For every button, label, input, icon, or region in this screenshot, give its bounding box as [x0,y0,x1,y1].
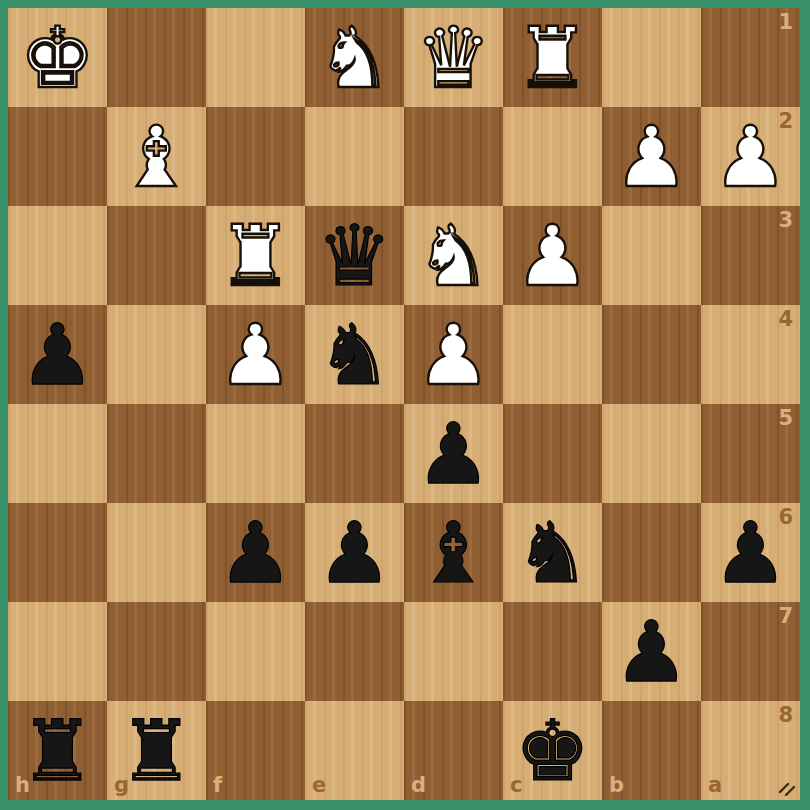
white-rook-piece[interactable]: ♜ [206,206,305,305]
chess-board: ♚♞♛♜1♝♟♟2♜♛♞♟3♟♟♞♟4♟5♟♟♝♞♟6♟7♜h♜gfed♚cb8… [8,8,800,800]
white-knight-piece[interactable]: ♞ [305,8,404,107]
file-label: h [15,775,30,796]
square-g2[interactable]: ♝ [107,107,206,206]
square-g1[interactable] [107,8,206,107]
file-label: b [609,775,624,796]
square-h3[interactable] [8,206,107,305]
white-king-piece[interactable]: ♚ [8,8,107,107]
rank-label: 7 [778,606,793,627]
square-b4[interactable] [602,305,701,404]
white-bishop-piece[interactable]: ♝ [107,107,206,206]
white-queen-piece[interactable]: ♛ [404,8,503,107]
square-b2[interactable]: ♟ [602,107,701,206]
square-h4[interactable]: ♟ [8,305,107,404]
black-pawn-piece[interactable]: ♟ [305,503,404,602]
square-a4[interactable]: 4 [701,305,800,404]
file-label: c [510,775,522,796]
white-pawn-piece[interactable]: ♟ [206,305,305,404]
square-d1[interactable]: ♛ [404,8,503,107]
square-g4[interactable] [107,305,206,404]
square-e3[interactable]: ♛ [305,206,404,305]
square-a3[interactable]: 3 [701,206,800,305]
square-f2[interactable] [206,107,305,206]
file-label: g [114,775,129,796]
file-label: e [312,775,326,796]
square-g7[interactable] [107,602,206,701]
square-b5[interactable] [602,404,701,503]
rank-label: 6 [778,507,793,528]
square-a7[interactable]: 7 [701,602,800,701]
square-d2[interactable] [404,107,503,206]
square-g8[interactable]: ♜g [107,701,206,800]
square-c8[interactable]: ♚c [503,701,602,800]
square-e6[interactable]: ♟ [305,503,404,602]
square-f4[interactable]: ♟ [206,305,305,404]
rank-label: 3 [778,210,793,231]
square-g3[interactable] [107,206,206,305]
rank-label: 8 [778,705,793,726]
square-g6[interactable] [107,503,206,602]
square-b7[interactable]: ♟ [602,602,701,701]
file-label: a [708,775,722,796]
rank-label: 5 [778,408,793,429]
square-f3[interactable]: ♜ [206,206,305,305]
square-f7[interactable] [206,602,305,701]
square-c7[interactable] [503,602,602,701]
square-c2[interactable] [503,107,602,206]
square-e7[interactable] [305,602,404,701]
square-e8[interactable]: e [305,701,404,800]
square-c6[interactable]: ♞ [503,503,602,602]
square-c1[interactable]: ♜ [503,8,602,107]
square-g5[interactable] [107,404,206,503]
file-label: d [411,775,426,796]
rank-label: 1 [778,12,793,33]
square-a2[interactable]: ♟2 [701,107,800,206]
black-pawn-piece[interactable]: ♟ [404,404,503,503]
square-e4[interactable]: ♞ [305,305,404,404]
square-c4[interactable] [503,305,602,404]
square-a5[interactable]: 5 [701,404,800,503]
square-h5[interactable] [8,404,107,503]
square-a6[interactable]: ♟6 [701,503,800,602]
square-e2[interactable] [305,107,404,206]
black-bishop-piece[interactable]: ♝ [404,503,503,602]
square-c5[interactable] [503,404,602,503]
square-b6[interactable] [602,503,701,602]
black-pawn-piece[interactable]: ♟ [206,503,305,602]
square-d6[interactable]: ♝ [404,503,503,602]
square-d7[interactable] [404,602,503,701]
square-h6[interactable] [8,503,107,602]
square-f5[interactable] [206,404,305,503]
square-d5[interactable]: ♟ [404,404,503,503]
square-f6[interactable]: ♟ [206,503,305,602]
resize-handle-icon[interactable] [777,777,797,797]
square-a1[interactable]: 1 [701,8,800,107]
black-pawn-piece[interactable]: ♟ [602,602,701,701]
square-h7[interactable] [8,602,107,701]
white-knight-piece[interactable]: ♞ [404,206,503,305]
square-b1[interactable] [602,8,701,107]
square-h8[interactable]: ♜h [8,701,107,800]
file-label: f [213,775,222,796]
rank-label: 4 [778,309,793,330]
square-e5[interactable] [305,404,404,503]
white-pawn-piece[interactable]: ♟ [404,305,503,404]
square-f8[interactable]: f [206,701,305,800]
square-d4[interactable]: ♟ [404,305,503,404]
rank-label: 2 [778,111,793,132]
square-d8[interactable]: d [404,701,503,800]
square-c3[interactable]: ♟ [503,206,602,305]
square-h1[interactable]: ♚ [8,8,107,107]
square-b3[interactable] [602,206,701,305]
black-queen-piece[interactable]: ♛ [305,206,404,305]
square-e1[interactable]: ♞ [305,8,404,107]
white-rook-piece[interactable]: ♜ [503,8,602,107]
square-b8[interactable]: b [602,701,701,800]
square-h2[interactable] [8,107,107,206]
square-f1[interactable] [206,8,305,107]
white-pawn-piece[interactable]: ♟ [503,206,602,305]
black-pawn-piece[interactable]: ♟ [8,305,107,404]
black-knight-piece[interactable]: ♞ [305,305,404,404]
white-pawn-piece[interactable]: ♟ [602,107,701,206]
black-knight-piece[interactable]: ♞ [503,503,602,602]
square-d3[interactable]: ♞ [404,206,503,305]
